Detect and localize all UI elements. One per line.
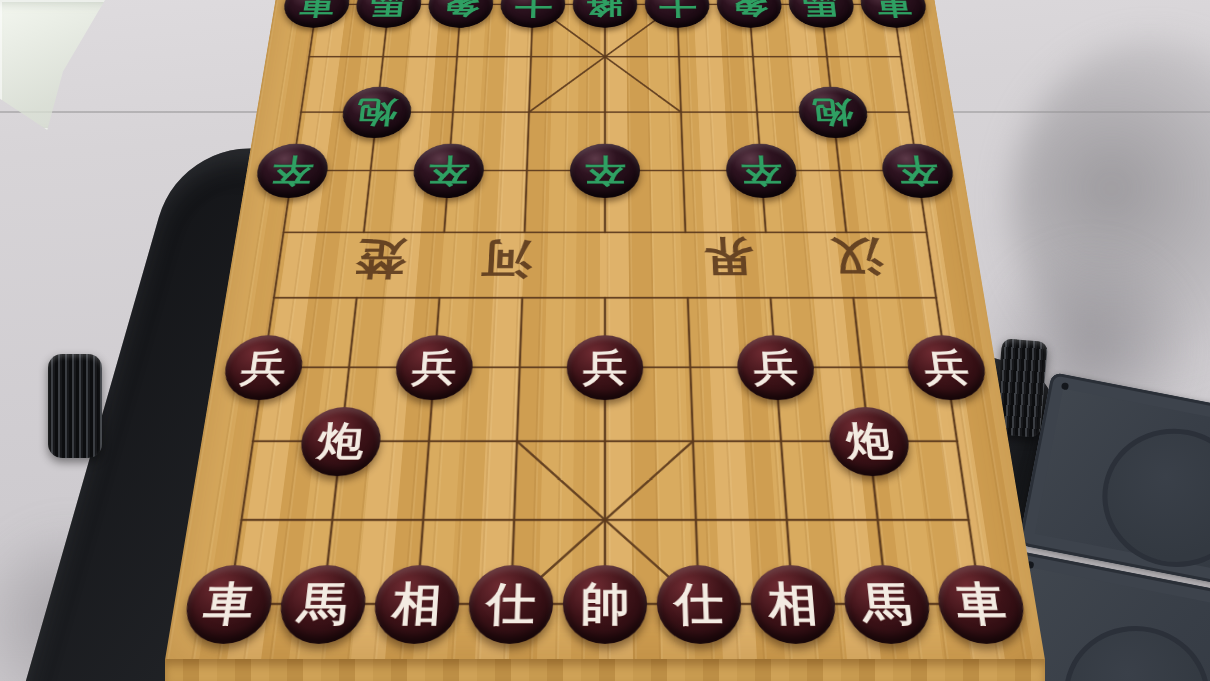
piece-character: 炮 <box>355 97 398 127</box>
photo-scene: 楚河 界汉 車馬象士將士象馬車炮炮卒卒卒卒卒兵兵兵兵兵炮炮車馬相仕帥仕相馬車 <box>0 0 1210 681</box>
piece-character: 卒 <box>270 155 315 187</box>
piece-character: 兵 <box>583 349 628 387</box>
board-grid <box>165 0 1045 660</box>
piece-red-general[interactable]: 帥 <box>562 565 647 644</box>
piece-character: 相 <box>767 581 819 627</box>
board-front-edge <box>165 659 1045 681</box>
river-character: 河 <box>480 238 533 279</box>
piece-character: 兵 <box>921 349 971 387</box>
piece-character: 馬 <box>860 581 914 627</box>
piece-character: 車 <box>296 0 337 18</box>
piece-character: 兵 <box>411 349 458 387</box>
piece-character: 馬 <box>296 581 350 627</box>
piece-character: 兵 <box>239 349 289 387</box>
piece-character: 象 <box>730 0 769 18</box>
piece-character: 車 <box>201 581 257 627</box>
river-character: 界 <box>702 236 755 277</box>
piece-character: 帥 <box>580 581 629 627</box>
piece-character: 士 <box>658 0 697 18</box>
piece-black-soldier[interactable]: 卒 <box>570 144 641 198</box>
piece-character: 炮 <box>316 421 366 461</box>
piece-character: 卒 <box>740 155 783 187</box>
piece-red-soldier[interactable]: 兵 <box>566 335 644 400</box>
river-text-left: 楚河 <box>354 238 533 279</box>
piece-character: 卒 <box>895 155 940 187</box>
piece-character: 馬 <box>368 0 408 18</box>
piece-character: 相 <box>391 581 443 627</box>
piece-character: 卒 <box>585 155 626 187</box>
piece-character: 車 <box>953 581 1009 627</box>
piece-character: 車 <box>873 0 914 18</box>
river-text-right: 界汉 <box>702 236 885 277</box>
piece-character: 炮 <box>812 97 855 127</box>
xiangqi-board[interactable]: 楚河 界汉 車馬象士將士象馬車炮炮卒卒卒卒卒兵兵兵兵兵炮炮車馬相仕帥仕相馬車 <box>165 0 1045 660</box>
piece-character: 仕 <box>486 581 537 627</box>
piece-character: 象 <box>441 0 480 18</box>
piece-character: 馬 <box>801 0 841 18</box>
piece-character: 將 <box>586 0 624 18</box>
piece-character: 兵 <box>752 349 799 387</box>
piece-character: 士 <box>514 0 553 18</box>
board-perspective-scene: 楚河 界汉 車馬象士將士象馬車炮炮卒卒卒卒卒兵兵兵兵兵炮炮車馬相仕帥仕相馬車 <box>0 0 1210 681</box>
piece-character: 炮 <box>844 421 894 461</box>
river-character: 楚 <box>354 238 409 279</box>
piece-character: 仕 <box>674 581 725 627</box>
river-character: 汉 <box>830 236 885 277</box>
piece-character: 卒 <box>427 155 470 187</box>
